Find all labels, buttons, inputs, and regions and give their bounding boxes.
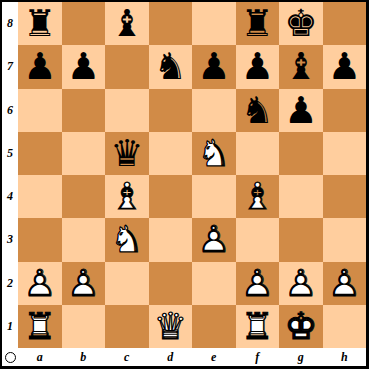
rank-label-1: 1 bbox=[2, 305, 18, 348]
white-knight-icon: ♞ bbox=[192, 132, 236, 175]
black-pawn-icon: ♟ bbox=[18, 45, 62, 88]
black-rook-icon: ♜ bbox=[236, 2, 280, 45]
rook-outline-icon: ♖ bbox=[18, 305, 62, 348]
white-pawn-icon: ♟ bbox=[62, 262, 106, 305]
pawn-outline-icon: ♙ bbox=[62, 262, 106, 305]
square-c8[interactable]: ♝ bbox=[105, 2, 149, 45]
white-pawn[interactable]: ♟♙ bbox=[62, 262, 106, 305]
white-pawn[interactable]: ♟♙ bbox=[236, 262, 280, 305]
black-bishop-icon: ♝ bbox=[279, 45, 323, 88]
square-b2[interactable]: ♟♙ bbox=[62, 262, 106, 305]
square-h1[interactable] bbox=[323, 305, 367, 348]
black-pawn-icon: ♟ bbox=[279, 89, 323, 132]
white-knight[interactable]: ♞♘ bbox=[105, 218, 149, 261]
square-f2[interactable]: ♟♙ bbox=[236, 262, 280, 305]
square-b6[interactable] bbox=[62, 89, 106, 132]
square-h8[interactable] bbox=[323, 2, 367, 45]
white-queen[interactable]: ♛♕ bbox=[149, 305, 193, 348]
square-f5[interactable] bbox=[236, 132, 280, 175]
square-f7[interactable]: ♟ bbox=[236, 45, 280, 88]
file-label-b: b bbox=[62, 348, 106, 366]
square-d1[interactable]: ♛♕ bbox=[149, 305, 193, 348]
square-c4[interactable]: ♝♗ bbox=[105, 175, 149, 218]
file-label-c: c bbox=[105, 348, 149, 366]
rank-label-2: 2 bbox=[2, 262, 18, 305]
square-c1[interactable] bbox=[105, 305, 149, 348]
square-h4[interactable] bbox=[323, 175, 367, 218]
rank-label-3: 3 bbox=[2, 218, 18, 261]
square-b1[interactable] bbox=[62, 305, 106, 348]
black-knight-icon: ♞ bbox=[149, 45, 193, 88]
white-king[interactable]: ♚♔ bbox=[279, 305, 323, 348]
square-d3[interactable] bbox=[149, 218, 193, 261]
square-e1[interactable] bbox=[192, 305, 236, 348]
black-rook-icon: ♜ bbox=[18, 2, 62, 45]
black-pawn-icon: ♟ bbox=[323, 45, 367, 88]
chess-diagram: 8♜♝♜♚7♟♟♞♟♟♝♟6♞♟5♛♞♘4♝♗♝♗3♞♘♟♙2♟♙♟♙♟♙♟♙♟… bbox=[0, 0, 369, 369]
white-rook[interactable]: ♜♖ bbox=[236, 305, 280, 348]
square-e5[interactable]: ♞♘ bbox=[192, 132, 236, 175]
square-a5[interactable] bbox=[18, 132, 62, 175]
pawn-outline-icon: ♙ bbox=[323, 262, 367, 305]
white-pawn[interactable]: ♟♙ bbox=[18, 262, 62, 305]
square-e2[interactable] bbox=[192, 262, 236, 305]
pawn-outline-icon: ♙ bbox=[18, 262, 62, 305]
white-bishop[interactable]: ♝♗ bbox=[236, 175, 280, 218]
bishop-outline-icon: ♗ bbox=[105, 175, 149, 218]
black-pawn-icon: ♟ bbox=[192, 45, 236, 88]
file-label-f: f bbox=[236, 348, 280, 366]
square-e8[interactable] bbox=[192, 2, 236, 45]
pawn-outline-icon: ♙ bbox=[236, 262, 280, 305]
square-c6[interactable] bbox=[105, 89, 149, 132]
square-f8[interactable]: ♜ bbox=[236, 2, 280, 45]
white-pawn-icon: ♟ bbox=[279, 262, 323, 305]
black-pawn[interactable]: ♟ bbox=[236, 45, 280, 88]
rank-label-8: 8 bbox=[2, 2, 18, 45]
bishop-outline-icon: ♗ bbox=[236, 175, 280, 218]
square-a1[interactable]: ♜♖ bbox=[18, 305, 62, 348]
square-e3[interactable]: ♟♙ bbox=[192, 218, 236, 261]
square-h3[interactable] bbox=[323, 218, 367, 261]
black-pawn[interactable]: ♟ bbox=[62, 45, 106, 88]
black-pawn[interactable]: ♟ bbox=[192, 45, 236, 88]
square-g4[interactable] bbox=[279, 175, 323, 218]
square-c7[interactable] bbox=[105, 45, 149, 88]
square-g3[interactable] bbox=[279, 218, 323, 261]
file-label-a: a bbox=[18, 348, 62, 366]
black-queen-icon: ♛ bbox=[105, 132, 149, 175]
square-h6[interactable] bbox=[323, 89, 367, 132]
file-label-d: d bbox=[149, 348, 193, 366]
black-knight[interactable]: ♞ bbox=[236, 89, 280, 132]
square-g8[interactable]: ♚ bbox=[279, 2, 323, 45]
knight-outline-icon: ♘ bbox=[105, 218, 149, 261]
square-f6[interactable]: ♞ bbox=[236, 89, 280, 132]
black-pawn-icon: ♟ bbox=[62, 45, 106, 88]
white-queen-icon: ♛ bbox=[149, 305, 193, 348]
white-rook[interactable]: ♜♖ bbox=[18, 305, 62, 348]
black-knight-icon: ♞ bbox=[236, 89, 280, 132]
file-label-h: h bbox=[323, 348, 367, 366]
square-f1[interactable]: ♜♖ bbox=[236, 305, 280, 348]
black-queen[interactable]: ♛ bbox=[105, 132, 149, 175]
white-king-icon: ♚ bbox=[279, 305, 323, 348]
square-b8[interactable] bbox=[62, 2, 106, 45]
rank-label-7: 7 bbox=[2, 45, 18, 88]
square-d8[interactable] bbox=[149, 2, 193, 45]
square-a8[interactable]: ♜ bbox=[18, 2, 62, 45]
square-a4[interactable] bbox=[18, 175, 62, 218]
black-king[interactable]: ♚ bbox=[279, 2, 323, 45]
square-d4[interactable] bbox=[149, 175, 193, 218]
square-g2[interactable]: ♟♙ bbox=[279, 262, 323, 305]
square-b3[interactable] bbox=[62, 218, 106, 261]
white-pawn-icon: ♟ bbox=[323, 262, 367, 305]
square-g5[interactable] bbox=[279, 132, 323, 175]
square-b5[interactable] bbox=[62, 132, 106, 175]
white-pawn[interactable]: ♟♙ bbox=[323, 262, 367, 305]
white-rook-icon: ♜ bbox=[236, 305, 280, 348]
black-bishop-icon: ♝ bbox=[105, 2, 149, 45]
side-to-move-cell bbox=[2, 348, 18, 366]
square-e4[interactable] bbox=[192, 175, 236, 218]
white-knight[interactable]: ♞♘ bbox=[192, 132, 236, 175]
rook-outline-icon: ♖ bbox=[236, 305, 280, 348]
white-pawn-icon: ♟ bbox=[236, 262, 280, 305]
square-c5[interactable]: ♛ bbox=[105, 132, 149, 175]
square-d5[interactable] bbox=[149, 132, 193, 175]
rank-label-4: 4 bbox=[2, 175, 18, 218]
black-rook[interactable]: ♜ bbox=[236, 2, 280, 45]
square-d2[interactable] bbox=[149, 262, 193, 305]
white-pawn[interactable]: ♟♙ bbox=[279, 262, 323, 305]
black-knight[interactable]: ♞ bbox=[149, 45, 193, 88]
square-c2[interactable] bbox=[105, 262, 149, 305]
square-a7[interactable]: ♟ bbox=[18, 45, 62, 88]
file-label-e: e bbox=[192, 348, 236, 366]
black-rook[interactable]: ♜ bbox=[18, 2, 62, 45]
square-e6[interactable] bbox=[192, 89, 236, 132]
square-a3[interactable] bbox=[18, 218, 62, 261]
square-d6[interactable] bbox=[149, 89, 193, 132]
file-label-g: g bbox=[279, 348, 323, 366]
white-bishop-icon: ♝ bbox=[105, 175, 149, 218]
black-bishop[interactable]: ♝ bbox=[105, 2, 149, 45]
black-pawn[interactable]: ♟ bbox=[279, 89, 323, 132]
square-g7[interactable]: ♝ bbox=[279, 45, 323, 88]
square-c3[interactable]: ♞♘ bbox=[105, 218, 149, 261]
black-pawn[interactable]: ♟ bbox=[18, 45, 62, 88]
white-knight-icon: ♞ bbox=[105, 218, 149, 261]
square-b7[interactable]: ♟ bbox=[62, 45, 106, 88]
square-a2[interactable]: ♟♙ bbox=[18, 262, 62, 305]
square-g1[interactable]: ♚♔ bbox=[279, 305, 323, 348]
square-h2[interactable]: ♟♙ bbox=[323, 262, 367, 305]
black-pawn[interactable]: ♟ bbox=[323, 45, 367, 88]
square-g6[interactable]: ♟ bbox=[279, 89, 323, 132]
white-pawn-icon: ♟ bbox=[192, 218, 236, 261]
square-f3[interactable] bbox=[236, 218, 280, 261]
white-pawn-icon: ♟ bbox=[18, 262, 62, 305]
king-outline-icon: ♔ bbox=[279, 305, 323, 348]
black-bishop[interactable]: ♝ bbox=[279, 45, 323, 88]
square-d7[interactable]: ♞ bbox=[149, 45, 193, 88]
white-to-move-indicator-icon bbox=[5, 352, 16, 363]
black-pawn-icon: ♟ bbox=[236, 45, 280, 88]
square-h7[interactable]: ♟ bbox=[323, 45, 367, 88]
white-bishop-icon: ♝ bbox=[236, 175, 280, 218]
rank-label-5: 5 bbox=[2, 132, 18, 175]
square-f4[interactable]: ♝♗ bbox=[236, 175, 280, 218]
rank-label-6: 6 bbox=[2, 89, 18, 132]
square-e7[interactable]: ♟ bbox=[192, 45, 236, 88]
square-h5[interactable] bbox=[323, 132, 367, 175]
black-king-icon: ♚ bbox=[279, 2, 323, 45]
white-pawn[interactable]: ♟♙ bbox=[192, 218, 236, 261]
pawn-outline-icon: ♙ bbox=[279, 262, 323, 305]
pawn-outline-icon: ♙ bbox=[192, 218, 236, 261]
square-b4[interactable] bbox=[62, 175, 106, 218]
knight-outline-icon: ♘ bbox=[192, 132, 236, 175]
square-a6[interactable] bbox=[18, 89, 62, 132]
white-bishop[interactable]: ♝♗ bbox=[105, 175, 149, 218]
white-rook-icon: ♜ bbox=[18, 305, 62, 348]
queen-outline-icon: ♕ bbox=[149, 305, 193, 348]
